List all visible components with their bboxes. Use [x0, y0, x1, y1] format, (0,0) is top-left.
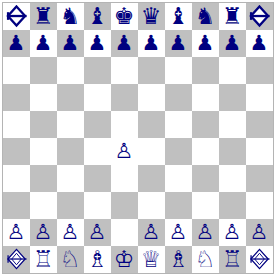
square-g7[interactable] [165, 84, 192, 111]
square-j6[interactable] [246, 111, 273, 138]
square-c7[interactable] [57, 84, 84, 111]
square-a8[interactable] [3, 57, 30, 84]
black-bishop-icon: ♝ [168, 3, 189, 30]
board-frame: ♜♞♝♚♛♝♞♜♟♟♟♟♟♟♟♟♟♟♙♙♙♙♙♙♙♙♙♙♖♘♗♔♕♗♘♖ [2, 2, 274, 274]
square-e6[interactable] [111, 111, 138, 138]
square-b4[interactable] [30, 165, 57, 192]
square-e8[interactable] [111, 57, 138, 84]
square-c1[interactable]: ♘ [57, 246, 84, 273]
square-a9[interactable]: ♟ [3, 30, 30, 57]
white-pawn-icon: ♙ [250, 219, 269, 246]
square-d5[interactable] [84, 138, 111, 165]
square-j4[interactable] [246, 165, 273, 192]
square-h4[interactable] [192, 165, 219, 192]
white-pawn-icon: ♙ [142, 219, 161, 246]
black-knight-icon: ♞ [195, 3, 216, 30]
black-archer-icon [248, 5, 271, 28]
square-g10[interactable]: ♝ [165, 3, 192, 30]
white-pawn-icon: ♙ [7, 219, 26, 246]
white-rook-icon: ♖ [33, 246, 54, 273]
white-knight-icon: ♘ [195, 246, 216, 273]
square-d10[interactable]: ♝ [84, 3, 111, 30]
square-c2[interactable]: ♙ [57, 219, 84, 246]
square-h7[interactable] [192, 84, 219, 111]
square-f9[interactable]: ♟ [138, 30, 165, 57]
square-j10[interactable] [246, 3, 273, 30]
square-d6[interactable] [84, 111, 111, 138]
square-a7[interactable] [3, 84, 30, 111]
square-b1[interactable]: ♖ [30, 246, 57, 273]
square-d7[interactable] [84, 84, 111, 111]
white-rook-icon: ♖ [222, 246, 243, 273]
white-queen-icon: ♕ [141, 246, 162, 273]
black-pawn-icon: ♟ [34, 30, 53, 57]
white-pawn-icon: ♙ [196, 219, 215, 246]
white-archer-icon [5, 248, 28, 271]
square-e5[interactable]: ♙ [111, 138, 138, 165]
square-j9[interactable]: ♟ [246, 30, 273, 57]
square-d2[interactable]: ♙ [84, 219, 111, 246]
square-a6[interactable] [3, 111, 30, 138]
white-pawn-icon: ♙ [223, 219, 242, 246]
square-b6[interactable] [30, 111, 57, 138]
white-bishop-icon: ♗ [168, 246, 189, 273]
square-g1[interactable]: ♗ [165, 246, 192, 273]
square-g9[interactable]: ♟ [165, 30, 192, 57]
white-king-icon: ♔ [114, 246, 135, 273]
square-d9[interactable]: ♟ [84, 30, 111, 57]
square-b2[interactable]: ♙ [30, 219, 57, 246]
black-pawn-icon: ♟ [61, 30, 80, 57]
square-c4[interactable] [57, 165, 84, 192]
black-pawn-icon: ♟ [223, 30, 242, 57]
square-a2[interactable]: ♙ [3, 219, 30, 246]
black-queen-icon: ♛ [141, 3, 162, 30]
black-pawn-icon: ♟ [196, 30, 215, 57]
black-archer-icon [5, 5, 28, 28]
square-j2[interactable]: ♙ [246, 219, 273, 246]
square-g2[interactable]: ♙ [165, 219, 192, 246]
square-i1[interactable]: ♖ [219, 246, 246, 273]
square-d4[interactable] [84, 165, 111, 192]
square-g8[interactable] [165, 57, 192, 84]
square-h1[interactable]: ♘ [192, 246, 219, 273]
white-bishop-icon: ♗ [87, 246, 108, 273]
square-b10[interactable]: ♜ [30, 3, 57, 30]
square-c10[interactable]: ♞ [57, 3, 84, 30]
square-h2[interactable]: ♙ [192, 219, 219, 246]
square-i3[interactable] [219, 192, 246, 219]
square-d3[interactable] [84, 192, 111, 219]
black-pawn-icon: ♟ [250, 30, 269, 57]
square-b7[interactable] [30, 84, 57, 111]
square-f7[interactable] [138, 84, 165, 111]
square-a1[interactable] [3, 246, 30, 273]
square-a3[interactable] [3, 192, 30, 219]
square-h6[interactable] [192, 111, 219, 138]
square-i6[interactable] [219, 111, 246, 138]
square-e10[interactable]: ♚ [111, 3, 138, 30]
square-f4[interactable] [138, 165, 165, 192]
screenshot-root: ♜♞♝♚♛♝♞♜♟♟♟♟♟♟♟♟♟♟♙♙♙♙♙♙♙♙♙♙♖♘♗♔♕♗♘♖ [0, 0, 275, 277]
square-e7[interactable] [111, 84, 138, 111]
square-h3[interactable] [192, 192, 219, 219]
square-g4[interactable] [165, 165, 192, 192]
square-c8[interactable] [57, 57, 84, 84]
square-c6[interactable] [57, 111, 84, 138]
square-i2[interactable]: ♙ [219, 219, 246, 246]
white-archer-icon [248, 248, 271, 271]
white-pawn-icon: ♙ [115, 138, 134, 165]
white-pawn-icon: ♙ [169, 219, 188, 246]
square-j1[interactable] [246, 246, 273, 273]
white-pawn-icon: ♙ [88, 219, 107, 246]
black-pawn-icon: ♟ [169, 30, 188, 57]
square-f1[interactable]: ♕ [138, 246, 165, 273]
square-i9[interactable]: ♟ [219, 30, 246, 57]
black-pawn-icon: ♟ [115, 30, 134, 57]
square-e3[interactable] [111, 192, 138, 219]
square-g3[interactable] [165, 192, 192, 219]
black-rook-icon: ♜ [33, 3, 54, 30]
black-pawn-icon: ♟ [7, 30, 26, 57]
square-i4[interactable] [219, 165, 246, 192]
square-f6[interactable] [138, 111, 165, 138]
square-b5[interactable] [30, 138, 57, 165]
square-f10[interactable]: ♛ [138, 3, 165, 30]
square-i8[interactable] [219, 57, 246, 84]
square-i5[interactable] [219, 138, 246, 165]
square-d1[interactable]: ♗ [84, 246, 111, 273]
square-e9[interactable]: ♟ [111, 30, 138, 57]
square-j3[interactable] [246, 192, 273, 219]
black-knight-icon: ♞ [60, 3, 81, 30]
square-c3[interactable] [57, 192, 84, 219]
square-i10[interactable]: ♜ [219, 3, 246, 30]
square-j7[interactable] [246, 84, 273, 111]
square-j8[interactable] [246, 57, 273, 84]
black-pawn-icon: ♟ [88, 30, 107, 57]
square-f2[interactable]: ♙ [138, 219, 165, 246]
square-f5[interactable] [138, 138, 165, 165]
square-g6[interactable] [165, 111, 192, 138]
square-d8[interactable] [84, 57, 111, 84]
chess-board: ♜♞♝♚♛♝♞♜♟♟♟♟♟♟♟♟♟♟♙♙♙♙♙♙♙♙♙♙♖♘♗♔♕♗♘♖ [3, 3, 273, 273]
square-h9[interactable]: ♟ [192, 30, 219, 57]
white-pawn-icon: ♙ [34, 219, 53, 246]
square-h8[interactable] [192, 57, 219, 84]
square-c9[interactable]: ♟ [57, 30, 84, 57]
square-g5[interactable] [165, 138, 192, 165]
square-f3[interactable] [138, 192, 165, 219]
square-b8[interactable] [30, 57, 57, 84]
square-c5[interactable] [57, 138, 84, 165]
square-a5[interactable] [3, 138, 30, 165]
black-king-icon: ♚ [114, 3, 135, 30]
square-e4[interactable] [111, 165, 138, 192]
square-a4[interactable] [3, 165, 30, 192]
square-j5[interactable] [246, 138, 273, 165]
square-b3[interactable] [30, 192, 57, 219]
black-rook-icon: ♜ [222, 3, 243, 30]
square-h5[interactable] [192, 138, 219, 165]
square-i7[interactable] [219, 84, 246, 111]
white-pawn-icon: ♙ [61, 219, 80, 246]
square-h10[interactable]: ♞ [192, 3, 219, 30]
square-b9[interactable]: ♟ [30, 30, 57, 57]
square-a10[interactable] [3, 3, 30, 30]
square-e1[interactable]: ♔ [111, 246, 138, 273]
square-e2[interactable] [111, 219, 138, 246]
black-bishop-icon: ♝ [87, 3, 108, 30]
square-f8[interactable] [138, 57, 165, 84]
white-knight-icon: ♘ [60, 246, 81, 273]
black-pawn-icon: ♟ [142, 30, 161, 57]
